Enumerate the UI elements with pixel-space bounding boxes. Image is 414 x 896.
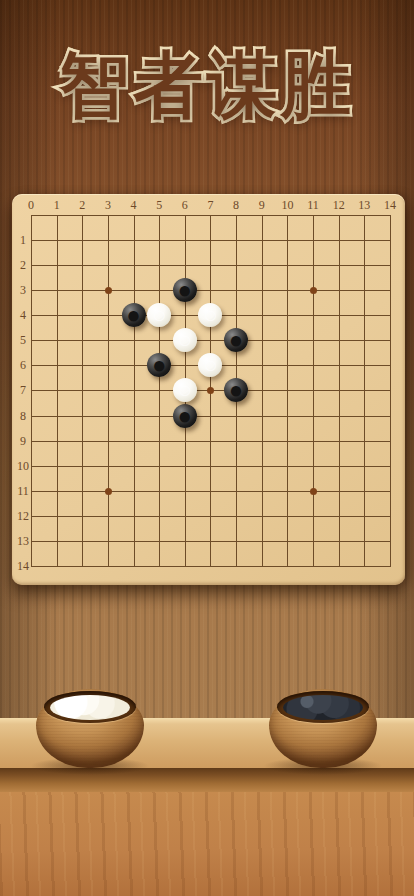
- col-label: 3: [105, 199, 111, 211]
- row-label: 12: [17, 510, 29, 522]
- row-label: 14: [17, 560, 29, 572]
- row-label: 11: [17, 485, 29, 497]
- col-label: 14: [384, 199, 396, 211]
- col-label: 7: [207, 199, 213, 211]
- row-label: 9: [20, 435, 26, 447]
- row-label: 3: [20, 284, 26, 296]
- col-label: 0: [28, 199, 34, 211]
- row-label: 10: [17, 460, 29, 472]
- col-label: 9: [259, 199, 265, 211]
- row-label: 7: [20, 384, 26, 396]
- gomoku-board[interactable]: ●●●●●●○○○○○ 0123456789101112131412345678…: [12, 194, 405, 585]
- col-label: 11: [307, 199, 319, 211]
- star-point: [105, 488, 112, 495]
- col-label: 10: [281, 199, 293, 211]
- page-title: 智者谋胜: [0, 42, 414, 129]
- cabinet-front: [0, 792, 414, 896]
- gomoku-app-screen: 智者谋胜 ●●●●●●○○○○○ 01234567891011121314123…: [0, 0, 414, 896]
- star-point: [310, 287, 317, 294]
- col-label: 4: [131, 199, 137, 211]
- col-label: 8: [233, 199, 239, 211]
- row-label: 13: [17, 535, 29, 547]
- board-lattice: [31, 215, 391, 567]
- white-stone-pile: [50, 695, 130, 720]
- black-stone-pile: [283, 695, 363, 720]
- row-label: 2: [20, 259, 26, 271]
- row-label: 8: [20, 410, 26, 422]
- star-point: [207, 387, 214, 394]
- star-point: [105, 287, 112, 294]
- row-label: 6: [20, 359, 26, 371]
- col-label: 12: [333, 199, 345, 211]
- col-label: 1: [54, 199, 60, 211]
- col-label: 6: [182, 199, 188, 211]
- col-label: 13: [358, 199, 370, 211]
- col-label: 5: [156, 199, 162, 211]
- row-label: 5: [20, 334, 26, 346]
- row-label: 1: [20, 234, 26, 246]
- white-stones-bowl: [36, 689, 144, 768]
- black-stones-bowl: [269, 689, 377, 768]
- row-label: 4: [20, 309, 26, 321]
- bowl-mouth: [44, 691, 137, 723]
- col-label: 2: [79, 199, 85, 211]
- star-point: [310, 488, 317, 495]
- bowl-mouth: [277, 691, 370, 723]
